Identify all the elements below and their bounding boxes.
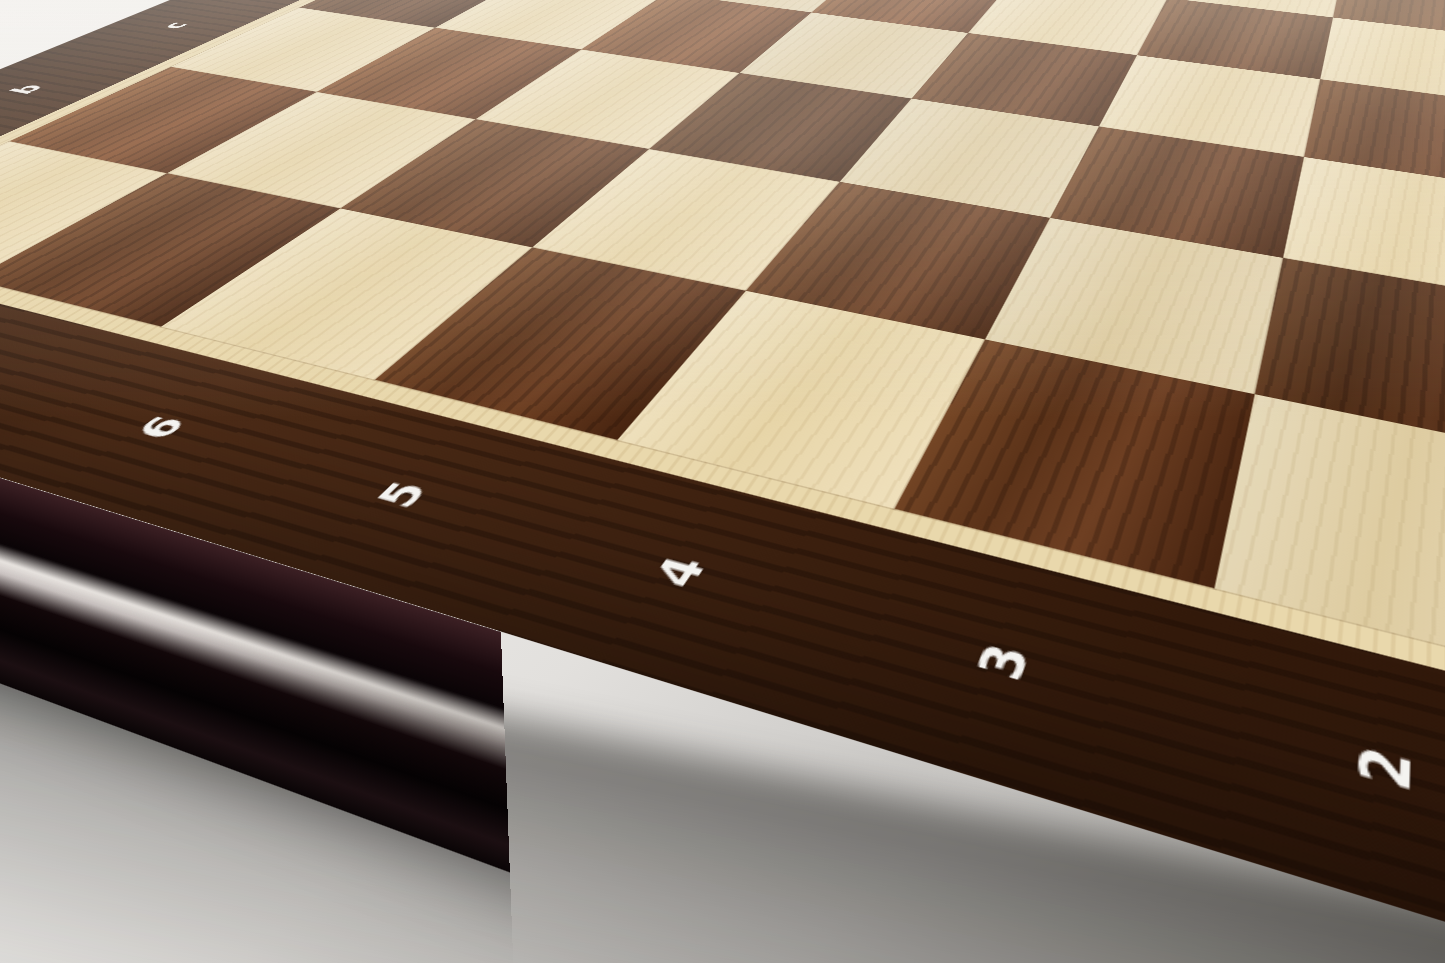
square-d4[interactable] xyxy=(912,33,1138,126)
coordinate-label-6-near: 6 xyxy=(103,398,222,459)
square-c7[interactable] xyxy=(317,28,582,120)
square-b2[interactable] xyxy=(1255,258,1445,457)
square-b7[interactable] xyxy=(167,92,476,209)
square-c2[interactable] xyxy=(1283,157,1445,303)
square-a2[interactable] xyxy=(1214,394,1445,681)
board-photo-scene: 8877665544332211aabbccddeeffgghh xyxy=(0,0,1445,963)
square-c3[interactable] xyxy=(1050,126,1304,257)
square-b5[interactable] xyxy=(532,149,840,291)
coordinate-label-5-near: 5 xyxy=(344,461,463,531)
square-a6[interactable] xyxy=(161,208,532,379)
coordinate-label-c-left: c xyxy=(141,16,209,36)
coordinate-label-b-left: b xyxy=(0,77,66,102)
square-c6[interactable] xyxy=(476,49,740,149)
chess-board: 8877665544332211aabbccddeeffgghh xyxy=(0,0,1445,963)
square-a3[interactable] xyxy=(895,339,1255,588)
square-a5[interactable] xyxy=(375,247,746,440)
square-e2[interactable] xyxy=(1320,17,1445,105)
square-a7[interactable] xyxy=(0,173,340,326)
square-c5[interactable] xyxy=(649,73,911,182)
square-e4[interactable] xyxy=(968,0,1168,55)
coordinate-label-2-near: 2 xyxy=(1331,715,1442,827)
square-a4[interactable] xyxy=(617,291,985,509)
square-b4[interactable] xyxy=(746,182,1050,340)
square-d3[interactable] xyxy=(1099,55,1320,157)
square-b6[interactable] xyxy=(340,119,649,247)
square-b3[interactable] xyxy=(985,218,1283,394)
coordinate-label-7-near: 7 xyxy=(0,343,9,397)
square-c4[interactable] xyxy=(840,99,1099,218)
coordinate-label-3-near: 3 xyxy=(947,617,1063,712)
square-b8[interactable] xyxy=(10,67,317,173)
coordinate-label-4-near: 4 xyxy=(622,533,741,614)
square-a8[interactable] xyxy=(0,141,167,279)
square-d2[interactable] xyxy=(1304,79,1445,190)
perspective-container: 8877665544332211aabbccddeeffgghh xyxy=(0,0,1445,963)
